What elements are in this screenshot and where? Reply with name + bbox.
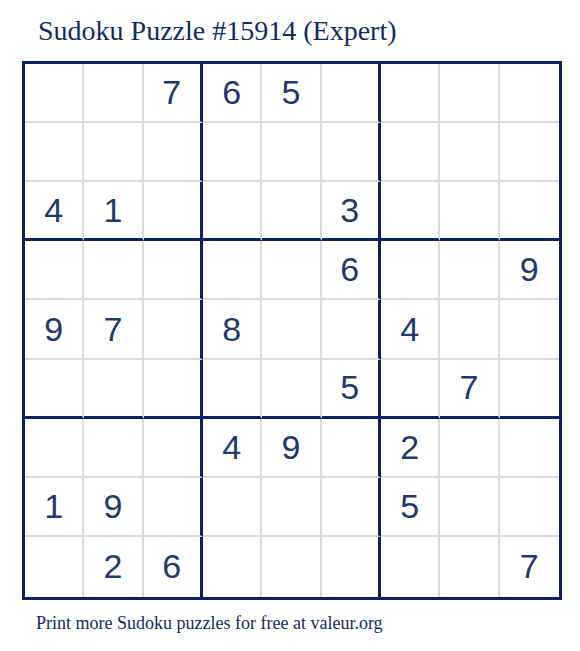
cell-r7c6[interactable] [322,419,381,478]
cell-r3c3[interactable] [144,182,203,241]
cell-r1c2[interactable] [84,64,143,123]
cell-r1c9[interactable] [500,64,559,123]
cell-r4c4[interactable] [203,241,262,300]
cell-r8c2[interactable]: 9 [84,478,143,537]
cell-r1c5[interactable]: 5 [262,64,321,123]
cell-r8c3[interactable] [144,478,203,537]
cell-r1c8[interactable] [440,64,499,123]
cell-r6c4[interactable] [203,360,262,419]
cell-r9c5[interactable] [262,537,321,596]
cell-r2c4[interactable] [203,123,262,182]
cell-r5c6[interactable] [322,300,381,359]
cell-r5c1[interactable]: 9 [25,300,84,359]
cell-r2c7[interactable] [381,123,440,182]
cell-r8c6[interactable] [322,478,381,537]
cell-r5c9[interactable] [500,300,559,359]
cell-r5c7[interactable]: 4 [381,300,440,359]
cell-r7c9[interactable] [500,419,559,478]
cell-r3c1[interactable]: 4 [25,182,84,241]
cell-r6c7[interactable] [381,360,440,419]
cell-r2c6[interactable] [322,123,381,182]
cell-r2c5[interactable] [262,123,321,182]
cell-r6c6[interactable]: 5 [322,360,381,419]
cell-r3c8[interactable] [440,182,499,241]
cell-r7c1[interactable] [25,419,84,478]
cell-r9c2[interactable]: 2 [84,537,143,596]
cell-r7c7[interactable]: 2 [381,419,440,478]
cell-r2c8[interactable] [440,123,499,182]
cell-r7c4[interactable]: 4 [203,419,262,478]
cell-r9c9[interactable]: 7 [500,537,559,596]
cell-r4c2[interactable] [84,241,143,300]
cell-r6c3[interactable] [144,360,203,419]
cell-r4c1[interactable] [25,241,84,300]
cell-r3c6[interactable]: 3 [322,182,381,241]
cell-r7c2[interactable] [84,419,143,478]
cell-r9c3[interactable]: 6 [144,537,203,596]
cell-r3c5[interactable] [262,182,321,241]
cell-r1c6[interactable] [322,64,381,123]
cell-r9c7[interactable] [381,537,440,596]
cell-r6c5[interactable] [262,360,321,419]
cell-r3c2[interactable]: 1 [84,182,143,241]
cell-r2c1[interactable] [25,123,84,182]
cell-r8c1[interactable]: 1 [25,478,84,537]
cell-r2c2[interactable] [84,123,143,182]
cell-r8c5[interactable] [262,478,321,537]
cell-r1c3[interactable]: 7 [144,64,203,123]
cell-r4c5[interactable] [262,241,321,300]
cell-r7c8[interactable] [440,419,499,478]
cell-r9c1[interactable] [25,537,84,596]
cell-r2c9[interactable] [500,123,559,182]
cell-r8c4[interactable] [203,478,262,537]
cell-r9c8[interactable] [440,537,499,596]
cell-r5c8[interactable] [440,300,499,359]
cell-r3c7[interactable] [381,182,440,241]
cell-r1c4[interactable]: 6 [203,64,262,123]
cell-r8c7[interactable]: 5 [381,478,440,537]
cell-r4c3[interactable] [144,241,203,300]
cell-r7c3[interactable] [144,419,203,478]
cell-r4c6[interactable]: 6 [322,241,381,300]
cell-r4c8[interactable] [440,241,499,300]
cell-r1c7[interactable] [381,64,440,123]
cell-r5c4[interactable]: 8 [203,300,262,359]
page-title: Sudoku Puzzle #15914 (Expert) [0,0,580,48]
cell-r4c9[interactable]: 9 [500,241,559,300]
cell-r6c1[interactable] [25,360,84,419]
cell-r6c8[interactable]: 7 [440,360,499,419]
cell-r3c9[interactable] [500,182,559,241]
cell-r7c5[interactable]: 9 [262,419,321,478]
cell-r6c2[interactable] [84,360,143,419]
cell-r5c5[interactable] [262,300,321,359]
cell-r6c9[interactable] [500,360,559,419]
cell-r1c1[interactable] [25,64,84,123]
cell-r4c7[interactable] [381,241,440,300]
cell-r2c3[interactable] [144,123,203,182]
sudoku-board: 76541369978457492195267 [22,61,562,600]
cell-r3c4[interactable] [203,182,262,241]
cell-r8c9[interactable] [500,478,559,537]
cell-r5c3[interactable] [144,300,203,359]
cell-r8c8[interactable] [440,478,499,537]
cell-r9c4[interactable] [203,537,262,596]
cell-r5c2[interactable]: 7 [84,300,143,359]
cell-r9c6[interactable] [322,537,381,596]
footer-credit: Print more Sudoku puzzles for free at va… [0,600,580,634]
sudoku-printable-page: Sudoku Puzzle #15914 (Expert) 7654136997… [0,0,580,651]
